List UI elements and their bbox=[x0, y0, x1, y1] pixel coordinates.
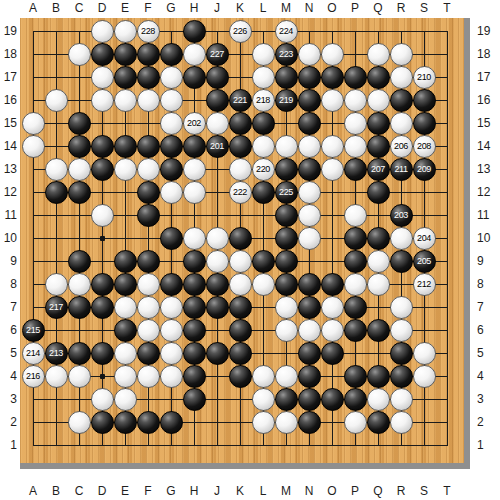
coord-bottom-T: T bbox=[439, 484, 455, 498]
black-stone-J17 bbox=[206, 66, 229, 89]
black-stone-H4 bbox=[183, 365, 206, 388]
coord-right-10: 10 bbox=[477, 231, 499, 245]
move-number-label: 208 bbox=[417, 135, 431, 158]
move-number-label: 213 bbox=[49, 342, 63, 365]
black-stone-L9 bbox=[252, 250, 275, 273]
white-stone-C8 bbox=[68, 273, 91, 296]
black-stone-G13 bbox=[160, 158, 183, 181]
white-stone-H12 bbox=[183, 181, 206, 204]
coord-right-7: 7 bbox=[477, 300, 499, 314]
move-number-label: 210 bbox=[417, 66, 431, 89]
coord-top-B: B bbox=[48, 1, 64, 15]
white-stone-J15 bbox=[206, 112, 229, 135]
move-number-label: 201 bbox=[210, 135, 224, 158]
white-stone-E4 bbox=[114, 365, 137, 388]
white-stone-M14 bbox=[275, 135, 298, 158]
coord-left-13: 13 bbox=[0, 162, 17, 176]
coord-top-A: A bbox=[25, 1, 41, 15]
coord-right-16: 16 bbox=[477, 93, 499, 107]
black-stone-H8 bbox=[183, 273, 206, 296]
white-stone-H10 bbox=[183, 227, 206, 250]
black-stone-C5 bbox=[68, 342, 91, 365]
black-stone-P9 bbox=[344, 250, 367, 273]
white-stone-Q18 bbox=[367, 43, 390, 66]
white-stone-O6 bbox=[321, 319, 344, 342]
coord-left-16: 16 bbox=[0, 93, 17, 107]
white-stone-A14 bbox=[22, 135, 45, 158]
black-stone-G14 bbox=[160, 135, 183, 158]
black-stone-R16 bbox=[390, 89, 413, 112]
coord-left-19: 19 bbox=[0, 24, 17, 38]
coord-left-5: 5 bbox=[0, 346, 17, 360]
go-diagram-screen: 2282262242272232102212182192022012062082… bbox=[0, 0, 500, 500]
white-stone-L18 bbox=[252, 43, 275, 66]
star-point bbox=[100, 236, 105, 241]
white-stone-O13 bbox=[321, 158, 344, 181]
move-number-label: 219 bbox=[279, 89, 293, 112]
white-stone-O14 bbox=[321, 135, 344, 158]
white-stone-F13 bbox=[137, 158, 160, 181]
move-number-label: 215 bbox=[26, 319, 40, 342]
white-stone-B13 bbox=[45, 158, 68, 181]
black-stone-J14: 201 bbox=[206, 135, 229, 158]
coord-left-11: 11 bbox=[0, 208, 17, 222]
black-stone-Q15 bbox=[367, 112, 390, 135]
coord-left-17: 17 bbox=[0, 70, 17, 84]
black-stone-Q10 bbox=[367, 227, 390, 250]
black-stone-S15 bbox=[413, 112, 436, 135]
white-stone-L17 bbox=[252, 66, 275, 89]
black-stone-L12 bbox=[252, 181, 275, 204]
coord-right-6: 6 bbox=[477, 323, 499, 337]
white-stone-S8: 212 bbox=[413, 273, 436, 296]
white-stone-Q8 bbox=[367, 273, 390, 296]
white-stone-P14 bbox=[344, 135, 367, 158]
coord-top-H: H bbox=[186, 1, 202, 15]
white-stone-M2 bbox=[275, 411, 298, 434]
move-number-label: 206 bbox=[394, 135, 408, 158]
black-stone-Q12 bbox=[367, 181, 390, 204]
coord-bottom-N: N bbox=[301, 484, 317, 498]
coord-left-4: 4 bbox=[0, 369, 17, 383]
white-stone-K19: 226 bbox=[229, 20, 252, 43]
black-stone-N4 bbox=[298, 365, 321, 388]
black-stone-M11 bbox=[275, 204, 298, 227]
black-stone-O8 bbox=[321, 273, 344, 296]
black-stone-L15 bbox=[252, 112, 275, 135]
black-stone-M18: 223 bbox=[275, 43, 298, 66]
black-stone-P10 bbox=[344, 227, 367, 250]
black-stone-H5 bbox=[183, 342, 206, 365]
white-stone-A15 bbox=[22, 112, 45, 135]
black-stone-K6 bbox=[229, 319, 252, 342]
coord-right-9: 9 bbox=[477, 254, 499, 268]
white-stone-F19: 228 bbox=[137, 20, 160, 43]
black-stone-K10 bbox=[229, 227, 252, 250]
black-stone-Q6 bbox=[367, 319, 390, 342]
white-stone-M6 bbox=[275, 319, 298, 342]
white-stone-Q9 bbox=[367, 250, 390, 273]
coord-bottom-O: O bbox=[324, 484, 340, 498]
black-stone-H3 bbox=[183, 388, 206, 411]
white-stone-R3 bbox=[390, 388, 413, 411]
coord-bottom-Q: Q bbox=[370, 484, 386, 498]
black-stone-C9 bbox=[68, 250, 91, 273]
white-stone-K8 bbox=[229, 273, 252, 296]
black-stone-Q4 bbox=[367, 365, 390, 388]
white-stone-K12: 222 bbox=[229, 181, 252, 204]
black-stone-E8 bbox=[114, 273, 137, 296]
black-stone-A6: 215 bbox=[22, 319, 45, 342]
black-stone-F11 bbox=[137, 204, 160, 227]
black-stone-F14 bbox=[137, 135, 160, 158]
move-number-label: 207 bbox=[371, 158, 385, 181]
coord-bottom-A: A bbox=[25, 484, 41, 498]
black-stone-K15 bbox=[229, 112, 252, 135]
black-stone-M8 bbox=[275, 273, 298, 296]
white-stone-O7 bbox=[321, 296, 344, 319]
black-stone-D7 bbox=[91, 296, 114, 319]
black-stone-G2 bbox=[160, 411, 183, 434]
black-stone-C14 bbox=[68, 135, 91, 158]
black-stone-F17 bbox=[137, 66, 160, 89]
coord-right-3: 3 bbox=[477, 392, 499, 406]
white-stone-A5: 214 bbox=[22, 342, 45, 365]
white-stone-Q3 bbox=[367, 388, 390, 411]
coord-top-J: J bbox=[209, 1, 225, 15]
coord-bottom-G: G bbox=[163, 484, 179, 498]
white-stone-A4: 216 bbox=[22, 365, 45, 388]
coord-top-Q: Q bbox=[370, 1, 386, 15]
black-stone-P7 bbox=[344, 296, 367, 319]
white-stone-B4 bbox=[45, 365, 68, 388]
coord-bottom-J: J bbox=[209, 484, 225, 498]
coord-left-7: 7 bbox=[0, 300, 17, 314]
black-stone-P6 bbox=[344, 319, 367, 342]
black-stone-K4 bbox=[229, 365, 252, 388]
black-stone-O5 bbox=[321, 342, 344, 365]
white-stone-G15 bbox=[160, 112, 183, 135]
black-stone-Q13: 207 bbox=[367, 158, 390, 181]
black-stone-E6 bbox=[114, 319, 137, 342]
coord-bottom-P: P bbox=[347, 484, 363, 498]
black-stone-J16 bbox=[206, 89, 229, 112]
white-stone-J10 bbox=[206, 227, 229, 250]
white-stone-F16 bbox=[137, 89, 160, 112]
black-stone-B7: 217 bbox=[45, 296, 68, 319]
coord-top-D: D bbox=[94, 1, 110, 15]
black-stone-M9 bbox=[275, 250, 298, 273]
white-stone-E16 bbox=[114, 89, 137, 112]
black-stone-M10 bbox=[275, 227, 298, 250]
coord-bottom-S: S bbox=[416, 484, 432, 498]
coord-right-19: 19 bbox=[477, 24, 499, 38]
white-stone-G12 bbox=[160, 181, 183, 204]
coord-bottom-L: L bbox=[255, 484, 271, 498]
black-stone-M12: 225 bbox=[275, 181, 298, 204]
coord-left-3: 3 bbox=[0, 392, 17, 406]
white-stone-P2 bbox=[344, 411, 367, 434]
white-stone-L2 bbox=[252, 411, 275, 434]
black-stone-K7 bbox=[229, 296, 252, 319]
white-stone-F7 bbox=[137, 296, 160, 319]
move-number-label: 221 bbox=[233, 89, 247, 112]
black-stone-J5 bbox=[206, 342, 229, 365]
white-stone-R14: 206 bbox=[390, 135, 413, 158]
move-number-label: 204 bbox=[417, 227, 431, 250]
coord-right-13: 13 bbox=[477, 162, 499, 176]
white-stone-D19 bbox=[91, 20, 114, 43]
white-stone-P11 bbox=[344, 204, 367, 227]
coord-top-G: G bbox=[163, 1, 179, 15]
black-stone-F5 bbox=[137, 342, 160, 365]
white-stone-L16: 218 bbox=[252, 89, 275, 112]
black-stone-C15 bbox=[68, 112, 91, 135]
white-stone-N11 bbox=[298, 204, 321, 227]
coord-top-R: R bbox=[393, 1, 409, 15]
black-stone-N5 bbox=[298, 342, 321, 365]
coord-bottom-K: K bbox=[232, 484, 248, 498]
black-stone-J7 bbox=[206, 296, 229, 319]
white-stone-C4 bbox=[68, 365, 91, 388]
black-stone-H6 bbox=[183, 319, 206, 342]
white-stone-M7 bbox=[275, 296, 298, 319]
move-number-label: 212 bbox=[417, 273, 431, 296]
coord-right-14: 14 bbox=[477, 139, 499, 153]
white-stone-R17 bbox=[390, 66, 413, 89]
white-stone-O18 bbox=[321, 43, 344, 66]
white-stone-L13: 220 bbox=[252, 158, 275, 181]
coord-left-14: 14 bbox=[0, 139, 17, 153]
white-stone-R18 bbox=[390, 43, 413, 66]
white-stone-N18 bbox=[298, 43, 321, 66]
white-stone-R6 bbox=[390, 319, 413, 342]
coord-top-K: K bbox=[232, 1, 248, 15]
coord-top-T: T bbox=[439, 1, 455, 15]
black-stone-F9 bbox=[137, 250, 160, 273]
black-stone-P17 bbox=[344, 66, 367, 89]
black-stone-Q2 bbox=[367, 411, 390, 434]
white-stone-E5 bbox=[114, 342, 137, 365]
coord-right-12: 12 bbox=[477, 185, 499, 199]
black-stone-K14 bbox=[229, 135, 252, 158]
coord-top-C: C bbox=[71, 1, 87, 15]
white-stone-R15 bbox=[390, 112, 413, 135]
move-number-label: 222 bbox=[233, 181, 247, 204]
white-stone-R7 bbox=[390, 296, 413, 319]
white-stone-E19 bbox=[114, 20, 137, 43]
white-stone-P16 bbox=[344, 89, 367, 112]
black-stone-D18 bbox=[91, 43, 114, 66]
black-stone-B5: 213 bbox=[45, 342, 68, 365]
white-stone-S4 bbox=[413, 365, 436, 388]
move-number-label: 227 bbox=[210, 43, 224, 66]
black-stone-H14 bbox=[183, 135, 206, 158]
move-number-label: 217 bbox=[49, 296, 63, 319]
coord-left-15: 15 bbox=[0, 116, 17, 130]
black-stone-C7 bbox=[68, 296, 91, 319]
black-stone-N15 bbox=[298, 112, 321, 135]
white-stone-E3 bbox=[114, 388, 137, 411]
black-stone-H9 bbox=[183, 250, 206, 273]
black-stone-O3 bbox=[321, 388, 344, 411]
black-stone-P13 bbox=[344, 158, 367, 181]
coord-bottom-B: B bbox=[48, 484, 64, 498]
black-stone-D8 bbox=[91, 273, 114, 296]
coord-right-15: 15 bbox=[477, 116, 499, 130]
black-stone-S9: 205 bbox=[413, 250, 436, 273]
coord-right-4: 4 bbox=[477, 369, 499, 383]
coord-top-M: M bbox=[278, 1, 294, 15]
black-stone-P4 bbox=[344, 365, 367, 388]
black-stone-N13 bbox=[298, 158, 321, 181]
black-stone-F12 bbox=[137, 181, 160, 204]
white-stone-C18 bbox=[68, 43, 91, 66]
white-stone-D3 bbox=[91, 388, 114, 411]
coord-top-E: E bbox=[117, 1, 133, 15]
black-stone-N16 bbox=[298, 89, 321, 112]
black-stone-E9 bbox=[114, 250, 137, 273]
black-stone-E18 bbox=[114, 43, 137, 66]
white-stone-C13 bbox=[68, 158, 91, 181]
coord-left-2: 2 bbox=[0, 415, 17, 429]
white-stone-G4 bbox=[160, 365, 183, 388]
black-stone-J18: 227 bbox=[206, 43, 229, 66]
black-stone-E14 bbox=[114, 135, 137, 158]
white-stone-B16 bbox=[45, 89, 68, 112]
black-stone-N17 bbox=[298, 66, 321, 89]
move-number-label: 223 bbox=[279, 43, 293, 66]
coord-right-5: 5 bbox=[477, 346, 499, 360]
white-stone-B8 bbox=[45, 273, 68, 296]
black-stone-R9 bbox=[390, 250, 413, 273]
coord-right-8: 8 bbox=[477, 277, 499, 291]
black-stone-S13: 209 bbox=[413, 158, 436, 181]
black-stone-D2 bbox=[91, 411, 114, 434]
black-stone-R13: 211 bbox=[390, 158, 413, 181]
white-stone-G7 bbox=[160, 296, 183, 319]
white-stone-G17 bbox=[160, 66, 183, 89]
coord-left-1: 1 bbox=[0, 438, 17, 452]
coord-top-F: F bbox=[140, 1, 156, 15]
black-stone-H7 bbox=[183, 296, 206, 319]
white-stone-D11 bbox=[91, 204, 114, 227]
move-number-label: 203 bbox=[394, 204, 408, 227]
coord-top-N: N bbox=[301, 1, 317, 15]
black-stone-D5 bbox=[91, 342, 114, 365]
black-stone-K16: 221 bbox=[229, 89, 252, 112]
white-stone-F8 bbox=[137, 273, 160, 296]
move-number-label: 202 bbox=[187, 112, 201, 135]
black-stone-M13 bbox=[275, 158, 298, 181]
black-stone-Q14 bbox=[367, 135, 390, 158]
white-stone-N12 bbox=[298, 181, 321, 204]
white-stone-C2 bbox=[68, 411, 91, 434]
white-stone-J9 bbox=[206, 250, 229, 273]
white-stone-E7 bbox=[114, 296, 137, 319]
white-stone-D17 bbox=[91, 66, 114, 89]
black-stone-Q17 bbox=[367, 66, 390, 89]
black-stone-N7 bbox=[298, 296, 321, 319]
move-number-label: 226 bbox=[233, 20, 247, 43]
move-number-label: 224 bbox=[279, 20, 293, 43]
white-stone-P8 bbox=[344, 273, 367, 296]
white-stone-E13 bbox=[114, 158, 137, 181]
white-stone-S10: 204 bbox=[413, 227, 436, 250]
black-stone-J8 bbox=[206, 273, 229, 296]
black-stone-G18 bbox=[160, 43, 183, 66]
white-stone-G16 bbox=[160, 89, 183, 112]
coord-top-S: S bbox=[416, 1, 432, 15]
black-stone-M16: 219 bbox=[275, 89, 298, 112]
go-board[interactable]: 2282262242272232102212182192022012062082… bbox=[20, 18, 470, 469]
move-number-label: 214 bbox=[26, 342, 40, 365]
black-stone-R4 bbox=[390, 365, 413, 388]
white-stone-G6 bbox=[160, 319, 183, 342]
white-stone-P15 bbox=[344, 112, 367, 135]
black-stone-H19 bbox=[183, 20, 206, 43]
coord-bottom-M: M bbox=[278, 484, 294, 498]
black-stone-N3 bbox=[298, 388, 321, 411]
coord-left-18: 18 bbox=[0, 47, 17, 61]
black-stone-O17 bbox=[321, 66, 344, 89]
coord-left-9: 9 bbox=[0, 254, 17, 268]
coord-left-10: 10 bbox=[0, 231, 17, 245]
black-stone-E2 bbox=[114, 411, 137, 434]
star-point bbox=[100, 374, 105, 379]
coord-left-8: 8 bbox=[0, 277, 17, 291]
black-stone-F2 bbox=[137, 411, 160, 434]
black-stone-N2 bbox=[298, 411, 321, 434]
white-stone-R10 bbox=[390, 227, 413, 250]
coord-left-6: 6 bbox=[0, 323, 17, 337]
white-stone-H15: 202 bbox=[183, 112, 206, 135]
coord-right-17: 17 bbox=[477, 70, 499, 84]
white-stone-N10 bbox=[298, 227, 321, 250]
white-stone-H13 bbox=[183, 158, 206, 181]
white-stone-H18 bbox=[183, 43, 206, 66]
white-stone-N14 bbox=[298, 135, 321, 158]
move-number-label: 211 bbox=[394, 158, 407, 181]
white-stone-L4 bbox=[252, 365, 275, 388]
black-stone-M17 bbox=[275, 66, 298, 89]
coord-bottom-R: R bbox=[393, 484, 409, 498]
black-stone-D13 bbox=[91, 158, 114, 181]
black-stone-D14 bbox=[91, 135, 114, 158]
move-number-label: 225 bbox=[279, 181, 293, 204]
white-stone-M19: 224 bbox=[275, 20, 298, 43]
coord-bottom-H: H bbox=[186, 484, 202, 498]
black-stone-K5 bbox=[229, 342, 252, 365]
move-number-label: 218 bbox=[256, 89, 270, 112]
white-stone-K9 bbox=[229, 250, 252, 273]
coord-bottom-D: D bbox=[94, 484, 110, 498]
white-stone-F4 bbox=[137, 365, 160, 388]
black-stone-C12 bbox=[68, 181, 91, 204]
coord-bottom-F: F bbox=[140, 484, 156, 498]
white-stone-L3 bbox=[252, 388, 275, 411]
black-stone-H17 bbox=[183, 66, 206, 89]
coord-right-2: 2 bbox=[477, 415, 499, 429]
move-number-label: 209 bbox=[417, 158, 431, 181]
white-stone-G5 bbox=[160, 342, 183, 365]
coord-top-L: L bbox=[255, 1, 271, 15]
black-stone-G10 bbox=[160, 227, 183, 250]
black-stone-P3 bbox=[344, 388, 367, 411]
board-grid[interactable]: 2282262242272232102212182192022012062082… bbox=[33, 31, 448, 446]
coord-bottom-E: E bbox=[117, 484, 133, 498]
white-stone-S14: 208 bbox=[413, 135, 436, 158]
